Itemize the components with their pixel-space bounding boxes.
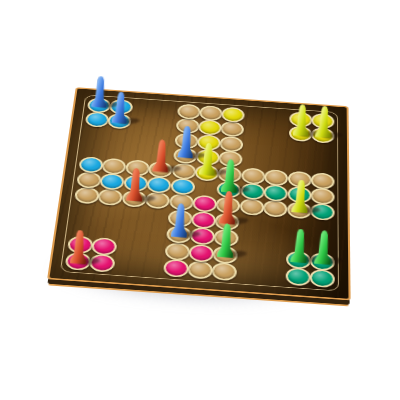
cell-track xyxy=(212,262,238,281)
cell-green-goal xyxy=(264,184,288,202)
cell-blue-goal xyxy=(99,173,125,191)
cell-blue-start xyxy=(78,156,104,173)
cell-red-goal xyxy=(192,195,217,213)
cell-blue-goal xyxy=(170,178,195,196)
cell-green-home xyxy=(285,267,310,286)
cell-track xyxy=(164,242,190,261)
cell-track xyxy=(264,169,288,186)
cell-track xyxy=(311,172,335,189)
cell-red-goal xyxy=(191,211,217,229)
cell-green-home xyxy=(310,269,335,288)
cell-yellow-start xyxy=(222,106,246,122)
page-background xyxy=(0,0,400,400)
cell-track xyxy=(221,121,245,138)
cell-track xyxy=(311,187,335,205)
cell-track xyxy=(176,103,200,119)
cell-track xyxy=(241,167,265,184)
cell-red-goal xyxy=(188,244,214,263)
cell-track xyxy=(97,188,123,206)
cell-track xyxy=(220,135,244,152)
cell-red-home xyxy=(91,237,118,256)
cell-track xyxy=(263,200,288,218)
cell-track xyxy=(239,198,264,216)
cell-track xyxy=(199,105,223,121)
cell-blue-goal xyxy=(146,176,171,194)
cell-blue-home xyxy=(84,111,109,128)
ludo-board xyxy=(47,87,351,300)
cell-track xyxy=(187,260,213,279)
cell-track xyxy=(76,171,102,189)
cell-red-start xyxy=(162,259,188,278)
cell-yellow-goal xyxy=(198,119,222,136)
red-cone xyxy=(126,168,144,202)
cell-track xyxy=(74,187,100,205)
cell-track xyxy=(101,157,127,174)
